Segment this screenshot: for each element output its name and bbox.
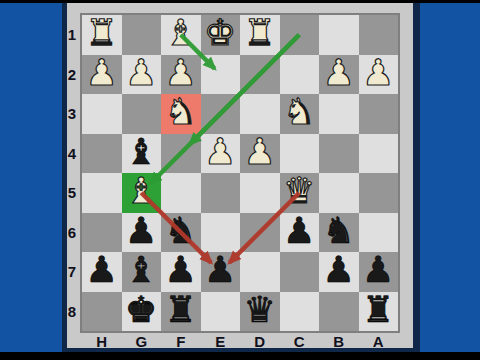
square-h4[interactable] [82,134,122,174]
file-label-f: F [161,331,201,351]
square-h6[interactable] [82,213,122,253]
piece-white-pawn: ♟ [204,134,236,170]
rank-label-7: 7 [63,252,81,292]
file-label-d: D [240,331,280,351]
square-e7[interactable]: ♟ [201,252,241,292]
piece-white-knight: ♞ [283,94,315,130]
piece-black-queen: ♛ [244,292,276,328]
square-e1[interactable]: ♚ [201,15,241,55]
piece-black-bishop: ♝ [125,134,157,170]
piece-black-knight: ♞ [165,213,197,249]
square-e3[interactable] [201,94,241,134]
rank-label-4: 4 [63,134,81,174]
letterbox-bottom [0,352,480,360]
file-label-b: B [319,331,359,351]
piece-white-pawn: ♟ [323,55,355,91]
square-c6[interactable]: ♟ [280,213,320,253]
square-b8[interactable] [319,292,359,332]
square-h1[interactable]: ♜ [82,15,122,55]
square-g5[interactable]: ♝ [122,173,162,213]
square-b2[interactable]: ♟ [319,55,359,95]
piece-white-bishop: ♝ [165,15,197,51]
square-f3[interactable]: ♞ [161,94,201,134]
square-d3[interactable] [240,94,280,134]
square-a4[interactable] [359,134,399,174]
piece-white-rook: ♜ [244,15,276,51]
piece-white-queen: ♛ [283,173,315,209]
piece-black-bishop: ♝ [125,252,157,288]
square-c3[interactable]: ♞ [280,94,320,134]
rank-label-3: 3 [63,94,81,134]
square-g1[interactable] [122,15,162,55]
rank-label-6: 6 [63,213,81,253]
piece-black-pawn: ♟ [283,213,315,249]
square-a3[interactable] [359,94,399,134]
piece-black-pawn: ♟ [323,252,355,288]
piece-white-knight: ♞ [165,94,197,130]
square-b4[interactable] [319,134,359,174]
square-b1[interactable] [319,15,359,55]
square-d2[interactable] [240,55,280,95]
file-label-g: G [122,331,162,351]
piece-black-knight: ♞ [323,213,355,249]
square-g2[interactable]: ♟ [122,55,162,95]
square-g3[interactable] [122,94,162,134]
square-a6[interactable] [359,213,399,253]
piece-white-bishop: ♝ [125,173,157,209]
square-d1[interactable]: ♜ [240,15,280,55]
square-c2[interactable] [280,55,320,95]
square-e2[interactable] [201,55,241,95]
square-g8[interactable]: ♚ [122,292,162,332]
square-f5[interactable] [161,173,201,213]
square-e8[interactable] [201,292,241,332]
square-f7[interactable]: ♟ [161,252,201,292]
rank-label-1: 1 [63,15,81,55]
piece-black-king: ♚ [125,292,157,328]
square-c8[interactable] [280,292,320,332]
square-h8[interactable] [82,292,122,332]
file-label-e: E [201,331,241,351]
file-label-a: A [359,331,399,351]
square-b3[interactable] [319,94,359,134]
square-d8[interactable]: ♛ [240,292,280,332]
square-h3[interactable] [82,94,122,134]
square-c4[interactable] [280,134,320,174]
piece-black-pawn: ♟ [125,213,157,249]
square-a2[interactable]: ♟ [359,55,399,95]
square-f1[interactable]: ♝ [161,15,201,55]
square-e6[interactable] [201,213,241,253]
square-h2[interactable]: ♟ [82,55,122,95]
square-g7[interactable]: ♝ [122,252,162,292]
rank-label-2: 2 [63,55,81,95]
piece-white-pawn: ♟ [125,55,157,91]
file-labels: HGFEDCBA [82,331,398,351]
square-f6[interactable]: ♞ [161,213,201,253]
square-d6[interactable] [240,213,280,253]
board: ♜♝♚♜♟♟♟♟♟♞♞♝♟♟♝♛♟♞♟♞♟♝♟♟♟♟♚♜♛♜ [82,15,398,331]
square-g4[interactable]: ♝ [122,134,162,174]
square-a7[interactable]: ♟ [359,252,399,292]
square-c1[interactable] [280,15,320,55]
piece-black-pawn: ♟ [165,252,197,288]
file-label-h: H [82,331,122,351]
square-a8[interactable]: ♜ [359,292,399,332]
square-g6[interactable]: ♟ [122,213,162,253]
square-c7[interactable] [280,252,320,292]
square-d5[interactable] [240,173,280,213]
piece-white-pawn: ♟ [362,55,394,91]
square-c5[interactable]: ♛ [280,173,320,213]
piece-white-pawn: ♟ [86,55,118,91]
piece-white-rook: ♜ [86,15,118,51]
square-f4[interactable] [161,134,201,174]
square-a1[interactable] [359,15,399,55]
piece-black-pawn: ♟ [204,252,236,288]
square-h5[interactable] [82,173,122,213]
square-e5[interactable] [201,173,241,213]
square-b7[interactable]: ♟ [319,252,359,292]
piece-black-pawn: ♟ [362,252,394,288]
piece-white-king: ♚ [204,15,236,51]
square-b5[interactable] [319,173,359,213]
piece-black-rook: ♜ [362,292,394,328]
square-b6[interactable]: ♞ [319,213,359,253]
file-label-c: C [280,331,320,351]
square-e4[interactable]: ♟ [201,134,241,174]
piece-black-pawn: ♟ [86,252,118,288]
piece-black-rook: ♜ [165,292,197,328]
square-f8[interactable]: ♜ [161,292,201,332]
rank-label-5: 5 [63,173,81,213]
rank-labels: 12345678 [63,15,81,331]
square-a5[interactable] [359,173,399,213]
square-d7[interactable] [240,252,280,292]
square-d4[interactable]: ♟ [240,134,280,174]
square-h7[interactable]: ♟ [82,252,122,292]
square-f2[interactable]: ♟ [161,55,201,95]
rank-label-8: 8 [63,292,81,332]
piece-white-pawn: ♟ [165,55,197,91]
piece-white-pawn: ♟ [244,134,276,170]
